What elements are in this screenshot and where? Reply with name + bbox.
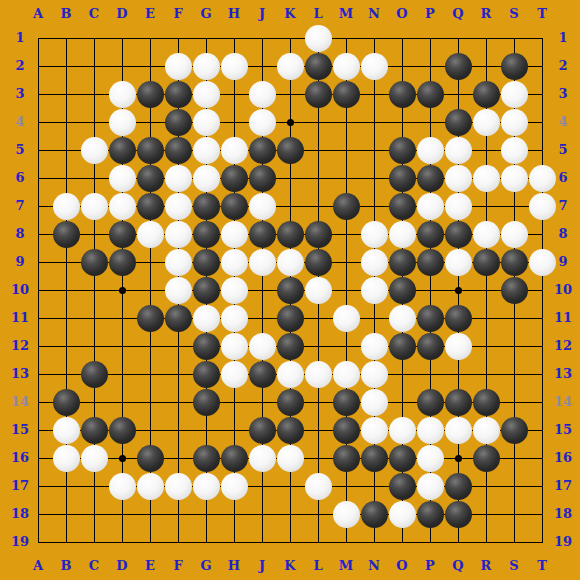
intersection-C9[interactable] <box>80 248 108 276</box>
intersection-B16[interactable] <box>52 444 80 472</box>
intersection-L11[interactable] <box>304 304 332 332</box>
intersection-S16[interactable] <box>500 444 528 472</box>
intersection-S18[interactable] <box>500 500 528 528</box>
intersection-A2[interactable] <box>24 52 52 80</box>
intersection-M18[interactable] <box>332 500 360 528</box>
intersection-P7[interactable] <box>416 192 444 220</box>
intersection-T15[interactable] <box>528 416 556 444</box>
intersection-L8[interactable] <box>304 220 332 248</box>
intersection-L13[interactable] <box>304 360 332 388</box>
intersection-J12[interactable] <box>248 332 276 360</box>
intersection-B2[interactable] <box>52 52 80 80</box>
intersection-N13[interactable] <box>360 360 388 388</box>
intersection-G12[interactable] <box>192 332 220 360</box>
intersection-F6[interactable] <box>164 164 192 192</box>
intersection-G13[interactable] <box>192 360 220 388</box>
intersection-J19[interactable] <box>248 528 276 556</box>
intersection-E6[interactable] <box>136 164 164 192</box>
intersection-L5[interactable] <box>304 136 332 164</box>
intersection-N12[interactable] <box>360 332 388 360</box>
intersection-H4[interactable] <box>220 108 248 136</box>
intersection-R16[interactable] <box>472 444 500 472</box>
intersection-K1[interactable] <box>276 24 304 52</box>
intersection-C18[interactable] <box>80 500 108 528</box>
intersection-M17[interactable] <box>332 472 360 500</box>
intersection-M14[interactable] <box>332 388 360 416</box>
intersection-B8[interactable] <box>52 220 80 248</box>
intersection-O14[interactable] <box>388 388 416 416</box>
intersection-C7[interactable] <box>80 192 108 220</box>
intersection-R6[interactable] <box>472 164 500 192</box>
intersection-R19[interactable] <box>472 528 500 556</box>
intersection-C4[interactable] <box>80 108 108 136</box>
intersection-N4[interactable] <box>360 108 388 136</box>
intersection-F4[interactable] <box>164 108 192 136</box>
intersection-D3[interactable] <box>108 80 136 108</box>
intersection-S5[interactable] <box>500 136 528 164</box>
intersection-S8[interactable] <box>500 220 528 248</box>
intersection-S1[interactable] <box>500 24 528 52</box>
intersection-A16[interactable] <box>24 444 52 472</box>
intersection-B18[interactable] <box>52 500 80 528</box>
intersection-O16[interactable] <box>388 444 416 472</box>
intersection-L19[interactable] <box>304 528 332 556</box>
intersection-G9[interactable] <box>192 248 220 276</box>
intersection-J15[interactable] <box>248 416 276 444</box>
intersection-M1[interactable] <box>332 24 360 52</box>
intersection-L17[interactable] <box>304 472 332 500</box>
intersection-T18[interactable] <box>528 500 556 528</box>
intersection-C17[interactable] <box>80 472 108 500</box>
intersection-S11[interactable] <box>500 304 528 332</box>
intersection-F10[interactable] <box>164 276 192 304</box>
intersection-F5[interactable] <box>164 136 192 164</box>
intersection-S6[interactable] <box>500 164 528 192</box>
intersection-C11[interactable] <box>80 304 108 332</box>
intersection-F1[interactable] <box>164 24 192 52</box>
intersection-A6[interactable] <box>24 164 52 192</box>
intersection-N5[interactable] <box>360 136 388 164</box>
intersection-B4[interactable] <box>52 108 80 136</box>
intersection-D15[interactable] <box>108 416 136 444</box>
intersection-Q11[interactable] <box>444 304 472 332</box>
intersection-N14[interactable] <box>360 388 388 416</box>
intersection-K4[interactable] <box>276 108 304 136</box>
intersection-Q5[interactable] <box>444 136 472 164</box>
intersection-M15[interactable] <box>332 416 360 444</box>
intersection-P16[interactable] <box>416 444 444 472</box>
intersection-P8[interactable] <box>416 220 444 248</box>
intersection-M3[interactable] <box>332 80 360 108</box>
intersection-J6[interactable] <box>248 164 276 192</box>
intersection-A10[interactable] <box>24 276 52 304</box>
intersection-H3[interactable] <box>220 80 248 108</box>
intersection-A19[interactable] <box>24 528 52 556</box>
intersection-N1[interactable] <box>360 24 388 52</box>
intersection-G2[interactable] <box>192 52 220 80</box>
intersection-R7[interactable] <box>472 192 500 220</box>
intersection-E5[interactable] <box>136 136 164 164</box>
intersection-O3[interactable] <box>388 80 416 108</box>
intersection-R13[interactable] <box>472 360 500 388</box>
intersection-M2[interactable] <box>332 52 360 80</box>
intersection-C6[interactable] <box>80 164 108 192</box>
intersection-H2[interactable] <box>220 52 248 80</box>
intersection-R5[interactable] <box>472 136 500 164</box>
intersection-L14[interactable] <box>304 388 332 416</box>
intersection-K9[interactable] <box>276 248 304 276</box>
intersection-P10[interactable] <box>416 276 444 304</box>
intersection-L2[interactable] <box>304 52 332 80</box>
intersection-F11[interactable] <box>164 304 192 332</box>
intersection-Q13[interactable] <box>444 360 472 388</box>
intersection-S10[interactable] <box>500 276 528 304</box>
intersection-T7[interactable] <box>528 192 556 220</box>
intersection-C19[interactable] <box>80 528 108 556</box>
intersection-L12[interactable] <box>304 332 332 360</box>
intersection-A13[interactable] <box>24 360 52 388</box>
intersection-A3[interactable] <box>24 80 52 108</box>
intersection-Q14[interactable] <box>444 388 472 416</box>
intersection-R14[interactable] <box>472 388 500 416</box>
intersection-M9[interactable] <box>332 248 360 276</box>
intersection-F13[interactable] <box>164 360 192 388</box>
intersection-L6[interactable] <box>304 164 332 192</box>
intersection-E10[interactable] <box>136 276 164 304</box>
intersection-G8[interactable] <box>192 220 220 248</box>
intersection-J5[interactable] <box>248 136 276 164</box>
intersection-B17[interactable] <box>52 472 80 500</box>
intersection-F9[interactable] <box>164 248 192 276</box>
intersection-H14[interactable] <box>220 388 248 416</box>
intersection-H8[interactable] <box>220 220 248 248</box>
intersection-H11[interactable] <box>220 304 248 332</box>
intersection-N11[interactable] <box>360 304 388 332</box>
intersection-B13[interactable] <box>52 360 80 388</box>
intersection-J14[interactable] <box>248 388 276 416</box>
intersection-R3[interactable] <box>472 80 500 108</box>
intersection-O12[interactable] <box>388 332 416 360</box>
intersection-C8[interactable] <box>80 220 108 248</box>
intersection-T14[interactable] <box>528 388 556 416</box>
intersection-E12[interactable] <box>136 332 164 360</box>
intersection-A5[interactable] <box>24 136 52 164</box>
intersection-E2[interactable] <box>136 52 164 80</box>
intersection-R9[interactable] <box>472 248 500 276</box>
intersection-F3[interactable] <box>164 80 192 108</box>
intersection-R8[interactable] <box>472 220 500 248</box>
intersection-D11[interactable] <box>108 304 136 332</box>
intersection-H12[interactable] <box>220 332 248 360</box>
intersection-D19[interactable] <box>108 528 136 556</box>
intersection-D14[interactable] <box>108 388 136 416</box>
intersection-B9[interactable] <box>52 248 80 276</box>
intersection-H17[interactable] <box>220 472 248 500</box>
intersection-F18[interactable] <box>164 500 192 528</box>
intersection-J2[interactable] <box>248 52 276 80</box>
intersection-M7[interactable] <box>332 192 360 220</box>
intersection-R17[interactable] <box>472 472 500 500</box>
intersection-H9[interactable] <box>220 248 248 276</box>
intersection-M5[interactable] <box>332 136 360 164</box>
intersection-G15[interactable] <box>192 416 220 444</box>
intersection-H6[interactable] <box>220 164 248 192</box>
intersection-S19[interactable] <box>500 528 528 556</box>
intersection-B7[interactable] <box>52 192 80 220</box>
intersection-E19[interactable] <box>136 528 164 556</box>
intersection-H1[interactable] <box>220 24 248 52</box>
intersection-T9[interactable] <box>528 248 556 276</box>
intersection-O5[interactable] <box>388 136 416 164</box>
intersection-N7[interactable] <box>360 192 388 220</box>
intersection-H7[interactable] <box>220 192 248 220</box>
intersection-P18[interactable] <box>416 500 444 528</box>
intersection-Q7[interactable] <box>444 192 472 220</box>
intersection-R1[interactable] <box>472 24 500 52</box>
intersection-N2[interactable] <box>360 52 388 80</box>
intersection-D4[interactable] <box>108 108 136 136</box>
intersection-Q17[interactable] <box>444 472 472 500</box>
intersection-G17[interactable] <box>192 472 220 500</box>
intersection-O11[interactable] <box>388 304 416 332</box>
intersection-K10[interactable] <box>276 276 304 304</box>
intersection-P9[interactable] <box>416 248 444 276</box>
intersection-G14[interactable] <box>192 388 220 416</box>
intersection-A14[interactable] <box>24 388 52 416</box>
intersection-H5[interactable] <box>220 136 248 164</box>
intersection-D1[interactable] <box>108 24 136 52</box>
intersection-H19[interactable] <box>220 528 248 556</box>
intersection-J9[interactable] <box>248 248 276 276</box>
intersection-C12[interactable] <box>80 332 108 360</box>
intersection-B1[interactable] <box>52 24 80 52</box>
intersection-P2[interactable] <box>416 52 444 80</box>
intersection-K16[interactable] <box>276 444 304 472</box>
intersection-F16[interactable] <box>164 444 192 472</box>
intersection-D2[interactable] <box>108 52 136 80</box>
intersection-S14[interactable] <box>500 388 528 416</box>
intersection-J18[interactable] <box>248 500 276 528</box>
intersection-D7[interactable] <box>108 192 136 220</box>
intersection-J17[interactable] <box>248 472 276 500</box>
intersection-C15[interactable] <box>80 416 108 444</box>
intersection-O19[interactable] <box>388 528 416 556</box>
intersection-S17[interactable] <box>500 472 528 500</box>
intersection-C10[interactable] <box>80 276 108 304</box>
intersection-T17[interactable] <box>528 472 556 500</box>
intersection-O6[interactable] <box>388 164 416 192</box>
intersection-K11[interactable] <box>276 304 304 332</box>
intersection-F19[interactable] <box>164 528 192 556</box>
intersection-K5[interactable] <box>276 136 304 164</box>
intersection-T5[interactable] <box>528 136 556 164</box>
intersection-M10[interactable] <box>332 276 360 304</box>
intersection-L4[interactable] <box>304 108 332 136</box>
intersection-D16[interactable] <box>108 444 136 472</box>
intersection-B19[interactable] <box>52 528 80 556</box>
intersection-F12[interactable] <box>164 332 192 360</box>
intersection-R10[interactable] <box>472 276 500 304</box>
intersection-T11[interactable] <box>528 304 556 332</box>
intersection-B15[interactable] <box>52 416 80 444</box>
intersection-H13[interactable] <box>220 360 248 388</box>
intersection-Q19[interactable] <box>444 528 472 556</box>
intersection-E9[interactable] <box>136 248 164 276</box>
intersection-B10[interactable] <box>52 276 80 304</box>
intersection-J3[interactable] <box>248 80 276 108</box>
intersection-Q3[interactable] <box>444 80 472 108</box>
intersection-P3[interactable] <box>416 80 444 108</box>
intersection-O4[interactable] <box>388 108 416 136</box>
intersection-C1[interactable] <box>80 24 108 52</box>
intersection-K17[interactable] <box>276 472 304 500</box>
intersection-Q4[interactable] <box>444 108 472 136</box>
intersection-K7[interactable] <box>276 192 304 220</box>
intersection-N19[interactable] <box>360 528 388 556</box>
intersection-J4[interactable] <box>248 108 276 136</box>
intersection-L9[interactable] <box>304 248 332 276</box>
intersection-T8[interactable] <box>528 220 556 248</box>
intersection-O1[interactable] <box>388 24 416 52</box>
intersection-T2[interactable] <box>528 52 556 80</box>
intersection-M8[interactable] <box>332 220 360 248</box>
intersection-S9[interactable] <box>500 248 528 276</box>
intersection-D8[interactable] <box>108 220 136 248</box>
intersection-P12[interactable] <box>416 332 444 360</box>
intersection-T12[interactable] <box>528 332 556 360</box>
intersection-E17[interactable] <box>136 472 164 500</box>
intersection-T1[interactable] <box>528 24 556 52</box>
intersection-B5[interactable] <box>52 136 80 164</box>
intersection-M11[interactable] <box>332 304 360 332</box>
intersection-Q1[interactable] <box>444 24 472 52</box>
intersection-L3[interactable] <box>304 80 332 108</box>
intersection-D17[interactable] <box>108 472 136 500</box>
intersection-R4[interactable] <box>472 108 500 136</box>
intersection-K15[interactable] <box>276 416 304 444</box>
intersection-L7[interactable] <box>304 192 332 220</box>
intersection-N3[interactable] <box>360 80 388 108</box>
intersection-G4[interactable] <box>192 108 220 136</box>
intersection-Q2[interactable] <box>444 52 472 80</box>
intersection-Q10[interactable] <box>444 276 472 304</box>
intersection-P13[interactable] <box>416 360 444 388</box>
intersection-S13[interactable] <box>500 360 528 388</box>
intersection-M4[interactable] <box>332 108 360 136</box>
intersection-J8[interactable] <box>248 220 276 248</box>
intersection-K13[interactable] <box>276 360 304 388</box>
intersection-A4[interactable] <box>24 108 52 136</box>
intersection-Q15[interactable] <box>444 416 472 444</box>
intersection-N15[interactable] <box>360 416 388 444</box>
intersection-D10[interactable] <box>108 276 136 304</box>
intersection-S3[interactable] <box>500 80 528 108</box>
intersection-P5[interactable] <box>416 136 444 164</box>
intersection-F7[interactable] <box>164 192 192 220</box>
intersection-K6[interactable] <box>276 164 304 192</box>
intersection-C5[interactable] <box>80 136 108 164</box>
intersection-E18[interactable] <box>136 500 164 528</box>
intersection-K3[interactable] <box>276 80 304 108</box>
intersection-J13[interactable] <box>248 360 276 388</box>
intersection-A9[interactable] <box>24 248 52 276</box>
intersection-M19[interactable] <box>332 528 360 556</box>
intersection-T10[interactable] <box>528 276 556 304</box>
intersection-M6[interactable] <box>332 164 360 192</box>
intersection-T6[interactable] <box>528 164 556 192</box>
intersection-T4[interactable] <box>528 108 556 136</box>
intersection-D13[interactable] <box>108 360 136 388</box>
intersection-A12[interactable] <box>24 332 52 360</box>
intersection-B14[interactable] <box>52 388 80 416</box>
intersection-N18[interactable] <box>360 500 388 528</box>
intersection-J1[interactable] <box>248 24 276 52</box>
intersection-D6[interactable] <box>108 164 136 192</box>
intersection-F17[interactable] <box>164 472 192 500</box>
intersection-P11[interactable] <box>416 304 444 332</box>
intersection-K8[interactable] <box>276 220 304 248</box>
intersection-O7[interactable] <box>388 192 416 220</box>
intersection-H16[interactable] <box>220 444 248 472</box>
intersection-Q6[interactable] <box>444 164 472 192</box>
intersection-G5[interactable] <box>192 136 220 164</box>
intersection-H10[interactable] <box>220 276 248 304</box>
intersection-O2[interactable] <box>388 52 416 80</box>
intersection-B3[interactable] <box>52 80 80 108</box>
intersection-P19[interactable] <box>416 528 444 556</box>
intersection-M16[interactable] <box>332 444 360 472</box>
intersection-D9[interactable] <box>108 248 136 276</box>
intersection-O10[interactable] <box>388 276 416 304</box>
intersection-H15[interactable] <box>220 416 248 444</box>
intersection-G10[interactable] <box>192 276 220 304</box>
intersection-O15[interactable] <box>388 416 416 444</box>
intersection-E7[interactable] <box>136 192 164 220</box>
intersection-T13[interactable] <box>528 360 556 388</box>
intersection-E14[interactable] <box>136 388 164 416</box>
intersection-G11[interactable] <box>192 304 220 332</box>
intersection-A18[interactable] <box>24 500 52 528</box>
intersection-Q8[interactable] <box>444 220 472 248</box>
intersection-O9[interactable] <box>388 248 416 276</box>
intersection-J10[interactable] <box>248 276 276 304</box>
intersection-T19[interactable] <box>528 528 556 556</box>
intersection-J11[interactable] <box>248 304 276 332</box>
intersection-P15[interactable] <box>416 416 444 444</box>
intersection-N8[interactable] <box>360 220 388 248</box>
intersection-O18[interactable] <box>388 500 416 528</box>
intersection-D18[interactable] <box>108 500 136 528</box>
intersection-K14[interactable] <box>276 388 304 416</box>
intersection-H18[interactable] <box>220 500 248 528</box>
intersection-K12[interactable] <box>276 332 304 360</box>
intersection-E15[interactable] <box>136 416 164 444</box>
intersection-A17[interactable] <box>24 472 52 500</box>
intersection-O17[interactable] <box>388 472 416 500</box>
intersection-E8[interactable] <box>136 220 164 248</box>
intersection-E3[interactable] <box>136 80 164 108</box>
intersection-G7[interactable] <box>192 192 220 220</box>
intersection-R18[interactable] <box>472 500 500 528</box>
intersection-C2[interactable] <box>80 52 108 80</box>
intersection-G18[interactable] <box>192 500 220 528</box>
intersection-A8[interactable] <box>24 220 52 248</box>
intersection-O8[interactable] <box>388 220 416 248</box>
intersection-Q16[interactable] <box>444 444 472 472</box>
intersection-C3[interactable] <box>80 80 108 108</box>
intersection-K2[interactable] <box>276 52 304 80</box>
intersection-L15[interactable] <box>304 416 332 444</box>
